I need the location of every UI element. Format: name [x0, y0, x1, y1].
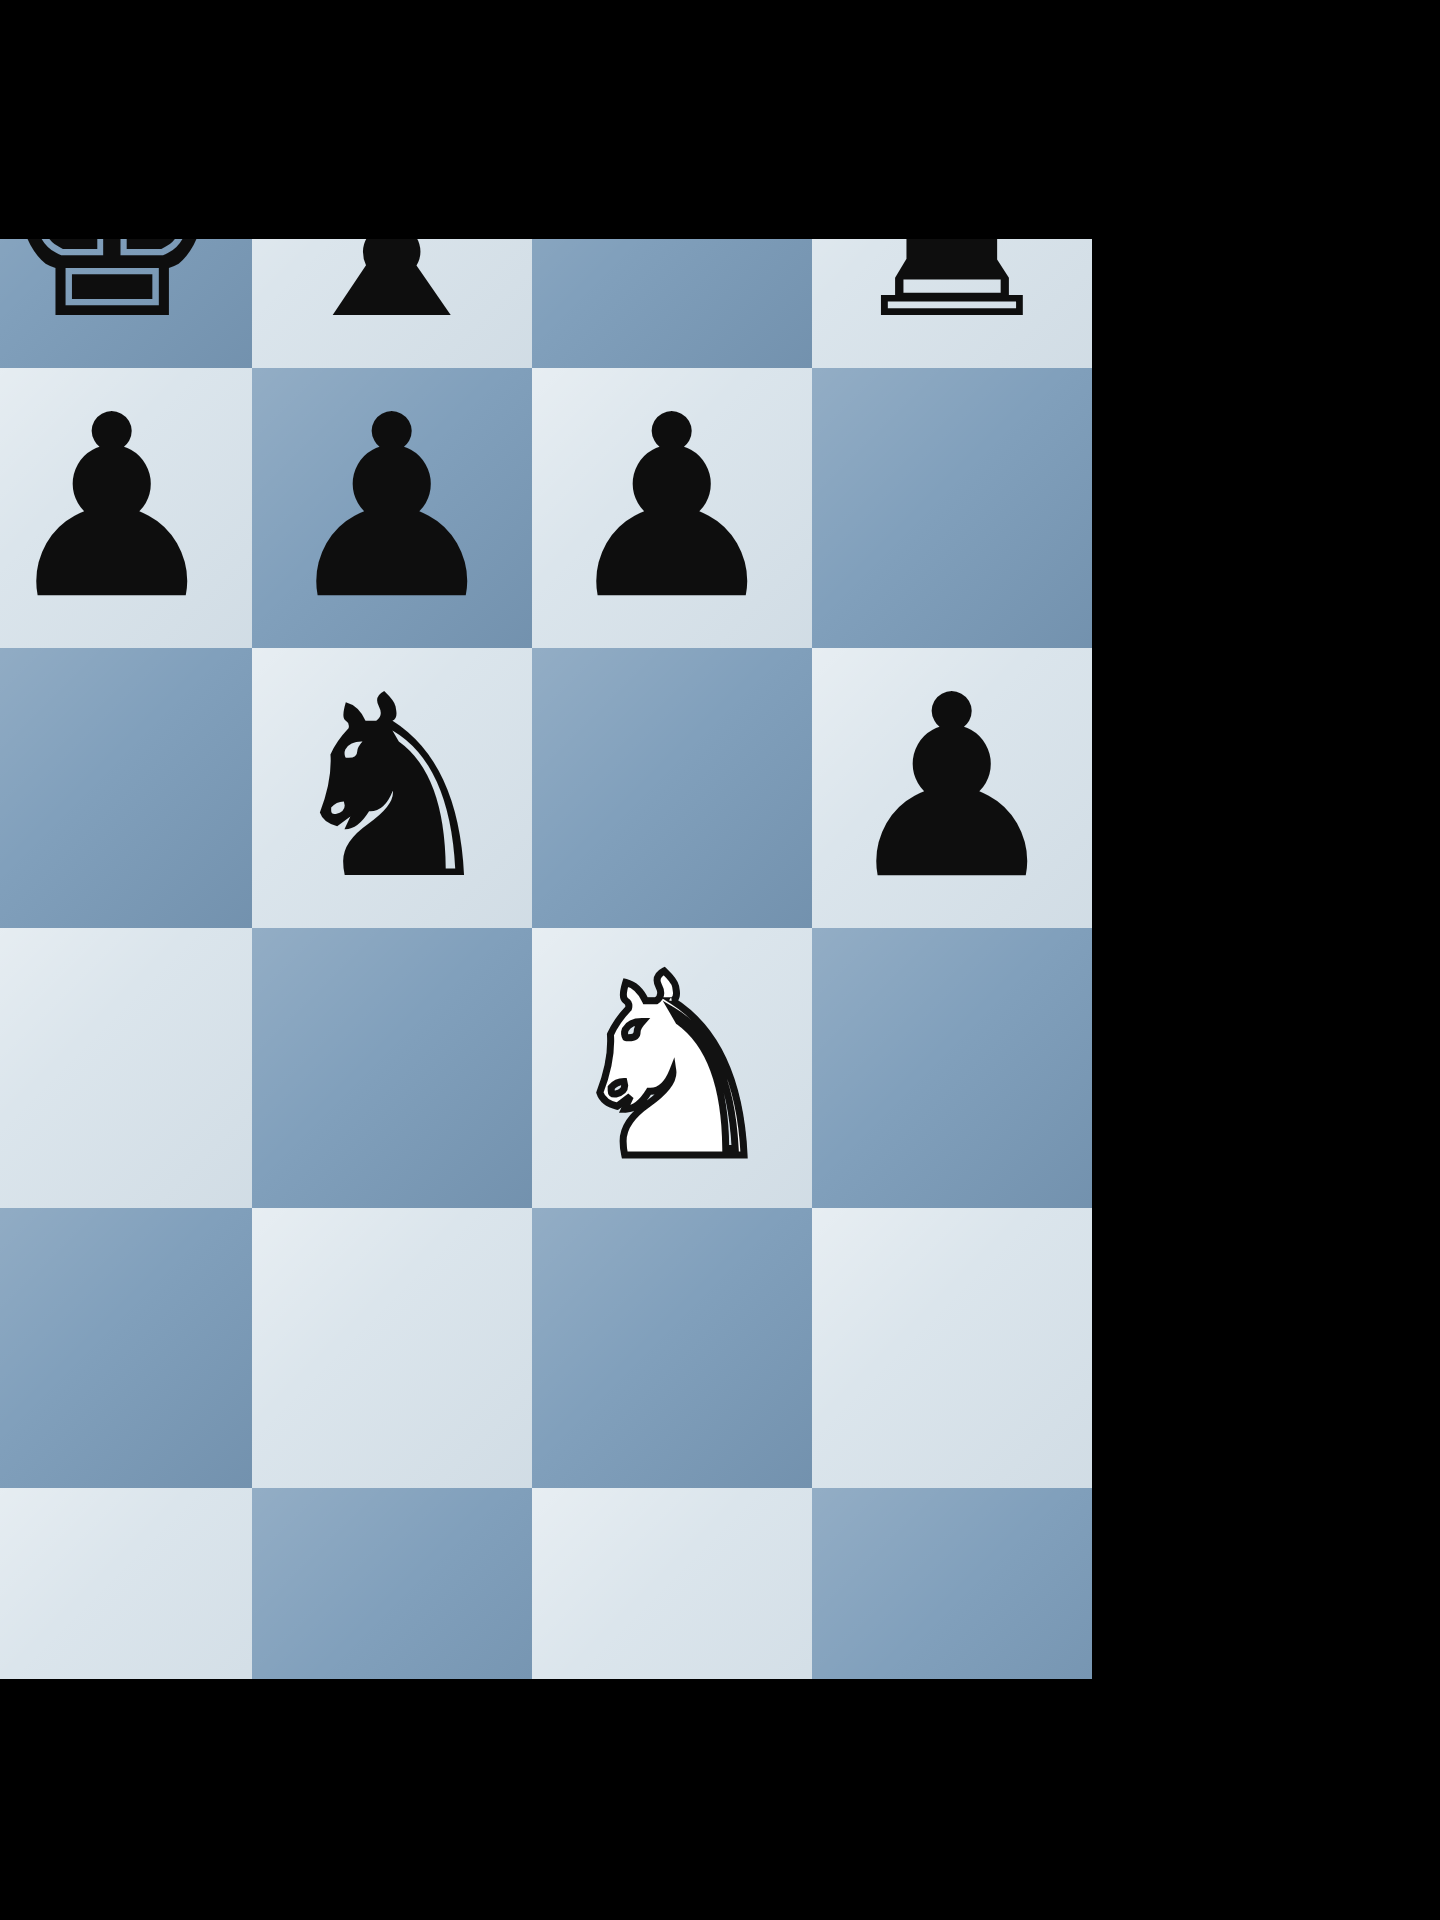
- piece-black-knight-f6[interactable]: ♞: [279, 648, 505, 928]
- square-g8[interactable]: [532, 239, 812, 368]
- piece-black-rook-h8[interactable]: ♜: [839, 239, 1065, 368]
- square-e6[interactable]: [0, 648, 252, 928]
- square-f7[interactable]: ♟: [252, 368, 532, 648]
- square-g3[interactable]: [532, 1488, 812, 1679]
- letterbox-bottom-bar: [0, 1679, 1440, 1920]
- square-f5[interactable]: [252, 928, 532, 1208]
- piece-black-king-e8[interactable]: ♚: [0, 239, 225, 368]
- piece-black-pawn-h6[interactable]: ♟: [839, 648, 1065, 928]
- square-e7[interactable]: ♟: [0, 368, 252, 648]
- board-viewport: ♚♝♜♟♟♟♞♟♞: [0, 239, 1092, 1679]
- square-f6[interactable]: ♞: [252, 648, 532, 928]
- square-g5[interactable]: ♞: [532, 928, 812, 1208]
- square-e3[interactable]: [0, 1488, 252, 1679]
- chess-board: ♚♝♜♟♟♟♞♟♞: [0, 239, 1092, 1679]
- square-g4[interactable]: [532, 1208, 812, 1488]
- letterbox-right-bar: [1092, 0, 1440, 1920]
- square-h4[interactable]: [812, 1208, 1092, 1488]
- square-e5[interactable]: [0, 928, 252, 1208]
- square-g6[interactable]: [532, 648, 812, 928]
- square-h5[interactable]: [812, 928, 1092, 1208]
- square-g7[interactable]: ♟: [532, 368, 812, 648]
- square-h6[interactable]: ♟: [812, 648, 1092, 928]
- piece-black-bishop-f8[interactable]: ♝: [279, 239, 505, 368]
- piece-black-pawn-e7[interactable]: ♟: [0, 368, 225, 648]
- square-h3[interactable]: [812, 1488, 1092, 1679]
- square-e4[interactable]: [0, 1208, 252, 1488]
- piece-white-knight-g5[interactable]: ♞: [559, 928, 785, 1208]
- square-f8[interactable]: ♝: [252, 239, 532, 368]
- square-f4[interactable]: [252, 1208, 532, 1488]
- piece-black-pawn-f7[interactable]: ♟: [279, 368, 505, 648]
- piece-black-pawn-g7[interactable]: ♟: [559, 368, 785, 648]
- square-f3[interactable]: [252, 1488, 532, 1679]
- square-h7[interactable]: [812, 368, 1092, 648]
- square-h8[interactable]: ♜: [812, 239, 1092, 368]
- square-e8[interactable]: ♚: [0, 239, 252, 368]
